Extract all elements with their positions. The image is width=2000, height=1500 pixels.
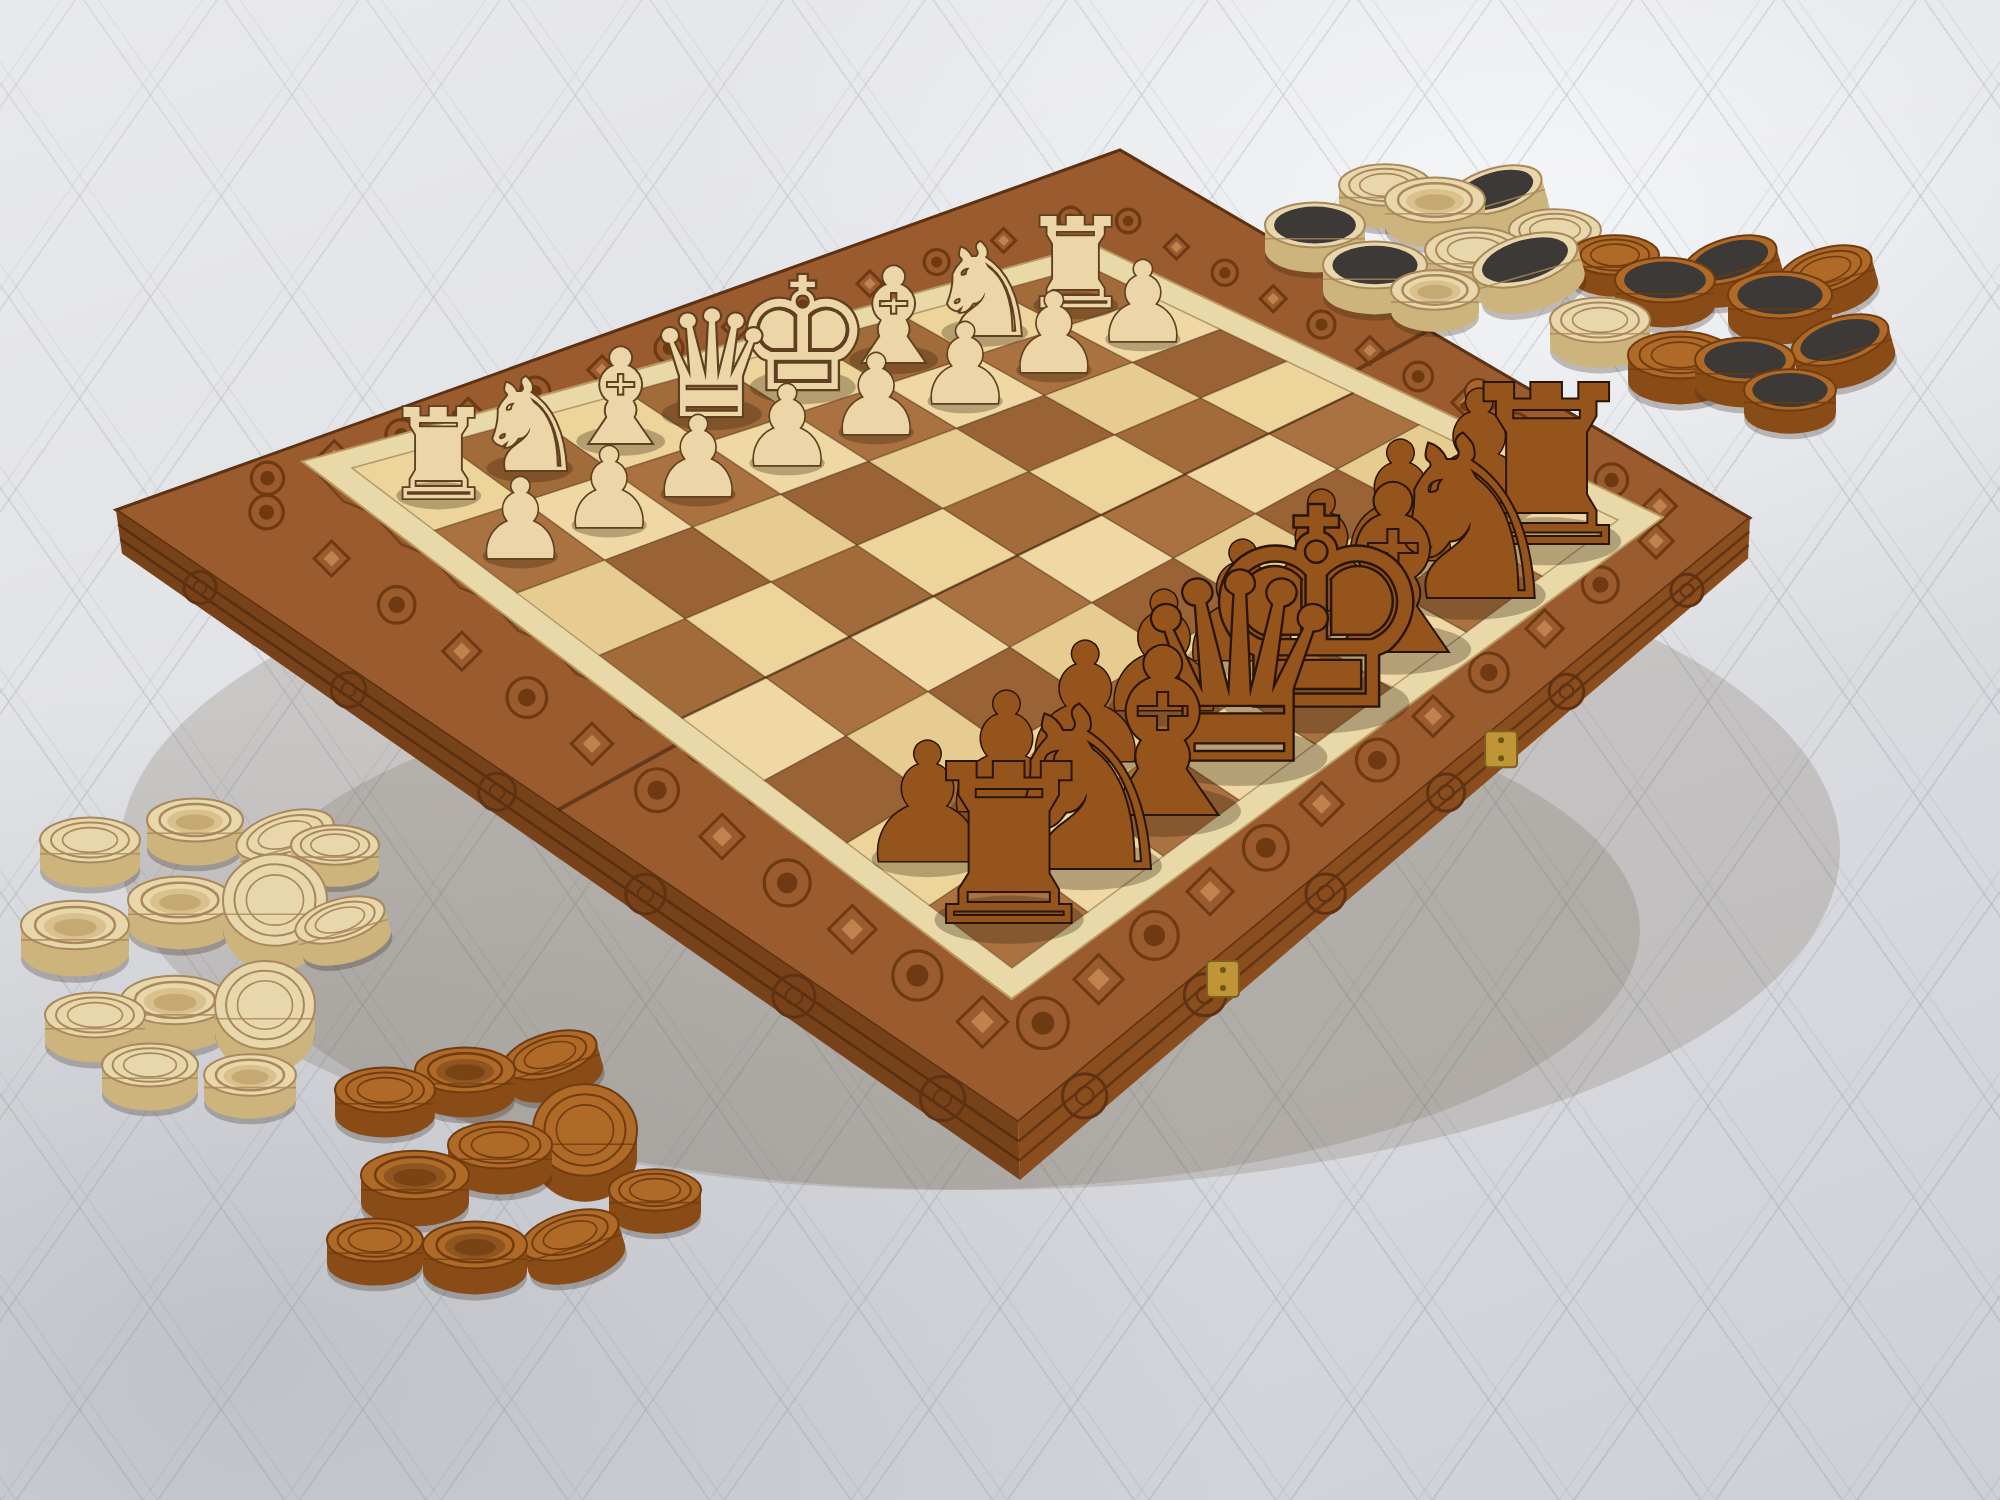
checker-part (454, 1239, 496, 1256)
carved-spiral-motif (777, 872, 798, 893)
carved-spiral-motif (388, 597, 404, 613)
checker-part (1550, 298, 1650, 343)
checker-brown (609, 1169, 701, 1239)
checker-light (147, 798, 243, 871)
piece-black-rook-undefined8[interactable]: ♜ (911, 718, 1108, 974)
checker-part (291, 825, 379, 865)
checker-part (1737, 276, 1822, 314)
checker-part (393, 1169, 436, 1186)
carved-spiral-motif (1031, 1012, 1054, 1035)
hinge-icon (1207, 961, 1239, 997)
checker-part (215, 961, 315, 1049)
piece-white-pawn-undefined2[interactable]: ♟ (649, 393, 748, 522)
piece-white-pawn-undefined2[interactable]: ♟ (915, 300, 1014, 429)
piece-white-pawn-undefined2[interactable]: ♟ (1004, 269, 1103, 398)
hinge-screw-icon (1220, 967, 1226, 973)
carved-spiral-motif (518, 689, 536, 707)
checker-part (176, 814, 214, 830)
checker-part (1415, 194, 1455, 210)
carved-spiral-motif (259, 505, 274, 520)
checker-light (21, 901, 129, 983)
checker-brown (1744, 369, 1836, 439)
checker-light (204, 1054, 296, 1124)
hinge-screw-icon (1220, 985, 1226, 991)
hinge-screw-icon (1498, 737, 1504, 743)
checker-part (40, 818, 140, 863)
piece-white-pawn-undefined2[interactable]: ♟ (738, 362, 837, 491)
checker-part (1417, 285, 1452, 299)
carved-spiral-motif (1144, 925, 1166, 947)
checker-brown (335, 1068, 435, 1144)
hinge-screw-icon (1498, 755, 1504, 761)
piece-white-pawn-undefined2[interactable]: ♟ (471, 455, 570, 584)
checker-light (40, 818, 140, 894)
checker-part (335, 1068, 435, 1113)
carved-chess-board-photo: ♜♞♟♝♟♚♟♛♟♝♟♞♟♜♟♟♜♟♟♞♟♝♟♚♟♛♟♟♝♟♞♜ (0, 0, 2000, 1500)
checker-part (153, 994, 196, 1011)
checker-part (1624, 262, 1706, 299)
carved-spiral-motif (1219, 267, 1230, 278)
carved-spiral-motif (260, 471, 275, 486)
checker-part (445, 1064, 485, 1080)
photo-scene: ♜♞♟♝♟♚♟♛♟♝♟♞♟♜♟♟♜♟♟♞♟♝♟♚♟♛♟♟♝♟♞♜ (0, 0, 2000, 1500)
checker-part (102, 1043, 198, 1086)
checker-part (448, 1122, 552, 1169)
piece-white-pawn-undefined2[interactable]: ♟ (826, 331, 925, 460)
carved-spiral-motif (1315, 319, 1327, 331)
checker-part (53, 919, 96, 936)
checker-light (128, 877, 232, 956)
checker-part (1274, 207, 1356, 244)
piece-white-pawn-undefined2[interactable]: ♟ (1093, 238, 1192, 367)
checker-brown (327, 1218, 423, 1291)
checker-light (102, 1043, 198, 1116)
checker-part (159, 894, 201, 911)
checker-light (1391, 270, 1479, 337)
checker-part (45, 993, 145, 1038)
checker-part (327, 1218, 423, 1261)
piece-white-pawn-undefined2[interactable]: ♟ (560, 424, 659, 553)
checker-brown (423, 1222, 527, 1301)
checker-part (609, 1169, 701, 1210)
checker-part (232, 1070, 269, 1085)
carved-spiral-motif (647, 781, 666, 800)
hinge-icon (1485, 731, 1517, 767)
